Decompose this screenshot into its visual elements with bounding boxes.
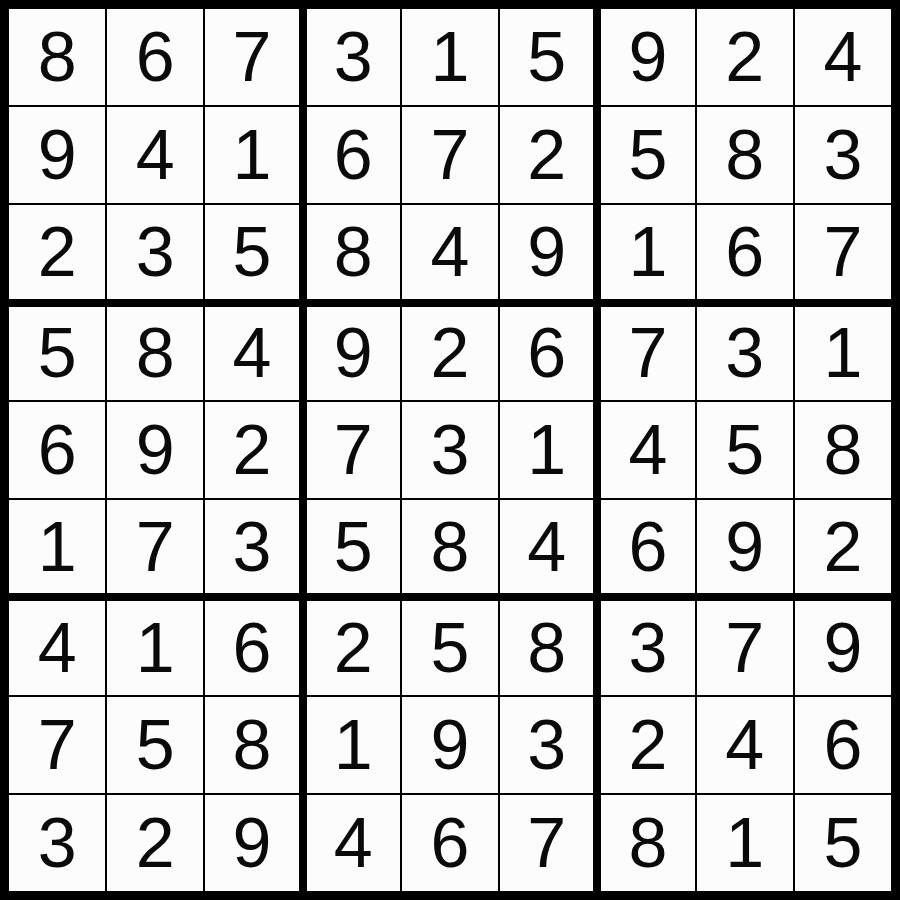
cell-r4c8[interactable]: 3 <box>697 304 793 400</box>
cell-r2c4[interactable]: 6 <box>304 107 400 203</box>
cell-r8c5[interactable]: 9 <box>402 697 498 793</box>
cell-r9c9[interactable]: 5 <box>795 795 891 891</box>
cell-r6c3[interactable]: 3 <box>205 500 301 596</box>
cell-r5c3[interactable]: 2 <box>205 402 301 498</box>
cell-r7c8[interactable]: 7 <box>697 598 793 694</box>
cell-r5c8[interactable]: 5 <box>697 402 793 498</box>
cell-r2c8[interactable]: 8 <box>697 107 793 203</box>
cell-r5c7[interactable]: 4 <box>598 402 694 498</box>
cell-r8c2[interactable]: 5 <box>107 697 203 793</box>
cell-r4c3[interactable]: 4 <box>205 304 301 400</box>
cell-r1c1[interactable]: 8 <box>9 9 105 105</box>
cell-r1c6[interactable]: 5 <box>500 9 596 105</box>
cell-r8c3[interactable]: 8 <box>205 697 301 793</box>
cell-r7c5[interactable]: 5 <box>402 598 498 694</box>
cell-r3c1[interactable]: 2 <box>9 205 105 301</box>
cell-r8c6[interactable]: 3 <box>500 697 596 793</box>
cell-r7c9[interactable]: 9 <box>795 598 891 694</box>
cell-r5c9[interactable]: 8 <box>795 402 891 498</box>
cell-r6c4[interactable]: 5 <box>304 500 400 596</box>
cell-r3c7[interactable]: 1 <box>598 205 694 301</box>
cell-r4c5[interactable]: 2 <box>402 304 498 400</box>
cell-r7c2[interactable]: 1 <box>107 598 203 694</box>
cell-r5c1[interactable]: 6 <box>9 402 105 498</box>
cell-r4c4[interactable]: 9 <box>304 304 400 400</box>
cell-r9c6[interactable]: 7 <box>500 795 596 891</box>
cell-r6c7[interactable]: 6 <box>598 500 694 596</box>
cell-r2c2[interactable]: 4 <box>107 107 203 203</box>
cell-r3c3[interactable]: 5 <box>205 205 301 301</box>
cell-r8c4[interactable]: 1 <box>304 697 400 793</box>
cell-r9c2[interactable]: 2 <box>107 795 203 891</box>
cell-r8c1[interactable]: 7 <box>9 697 105 793</box>
cell-r4c9[interactable]: 1 <box>795 304 891 400</box>
cell-r3c5[interactable]: 4 <box>402 205 498 301</box>
cell-r9c3[interactable]: 9 <box>205 795 301 891</box>
cell-r1c3[interactable]: 7 <box>205 9 301 105</box>
cell-r2c6[interactable]: 2 <box>500 107 596 203</box>
cell-r3c6[interactable]: 9 <box>500 205 596 301</box>
cell-r7c6[interactable]: 8 <box>500 598 596 694</box>
cell-r6c5[interactable]: 8 <box>402 500 498 596</box>
cell-r2c5[interactable]: 7 <box>402 107 498 203</box>
cell-r1c5[interactable]: 1 <box>402 9 498 105</box>
cell-r1c8[interactable]: 2 <box>697 9 793 105</box>
cell-r7c4[interactable]: 2 <box>304 598 400 694</box>
cell-r5c4[interactable]: 7 <box>304 402 400 498</box>
cell-r7c1[interactable]: 4 <box>9 598 105 694</box>
cell-r6c2[interactable]: 7 <box>107 500 203 596</box>
cell-r4c7[interactable]: 7 <box>598 304 694 400</box>
cell-r3c4[interactable]: 8 <box>304 205 400 301</box>
cell-r8c9[interactable]: 6 <box>795 697 891 793</box>
cell-r9c8[interactable]: 1 <box>697 795 793 891</box>
cell-r1c2[interactable]: 6 <box>107 9 203 105</box>
cell-r1c4[interactable]: 3 <box>304 9 400 105</box>
cell-r1c9[interactable]: 4 <box>795 9 891 105</box>
cell-r4c1[interactable]: 5 <box>9 304 105 400</box>
cell-r8c7[interactable]: 2 <box>598 697 694 793</box>
cell-r4c6[interactable]: 6 <box>500 304 596 400</box>
cell-r9c1[interactable]: 3 <box>9 795 105 891</box>
sudoku-board: 8 6 7 3 1 5 9 2 4 9 4 1 6 7 2 5 8 3 2 3 … <box>0 0 900 900</box>
cell-r7c7[interactable]: 3 <box>598 598 694 694</box>
cell-r5c6[interactable]: 1 <box>500 402 596 498</box>
cell-r2c7[interactable]: 5 <box>598 107 694 203</box>
cell-r2c3[interactable]: 1 <box>205 107 301 203</box>
cell-r1c7[interactable]: 9 <box>598 9 694 105</box>
cell-r5c5[interactable]: 3 <box>402 402 498 498</box>
cell-r8c8[interactable]: 4 <box>697 697 793 793</box>
cell-r9c4[interactable]: 4 <box>304 795 400 891</box>
cell-r9c7[interactable]: 8 <box>598 795 694 891</box>
cell-r5c2[interactable]: 9 <box>107 402 203 498</box>
cell-r4c2[interactable]: 8 <box>107 304 203 400</box>
cell-r7c3[interactable]: 6 <box>205 598 301 694</box>
cell-r3c8[interactable]: 6 <box>697 205 793 301</box>
cell-r2c1[interactable]: 9 <box>9 107 105 203</box>
cell-r9c5[interactable]: 6 <box>402 795 498 891</box>
cell-r2c9[interactable]: 3 <box>795 107 891 203</box>
cell-r6c1[interactable]: 1 <box>9 500 105 596</box>
cell-r3c9[interactable]: 7 <box>795 205 891 301</box>
cell-r3c2[interactable]: 3 <box>107 205 203 301</box>
cell-r6c6[interactable]: 4 <box>500 500 596 596</box>
cell-r6c9[interactable]: 2 <box>795 500 891 596</box>
cell-r6c8[interactable]: 9 <box>697 500 793 596</box>
